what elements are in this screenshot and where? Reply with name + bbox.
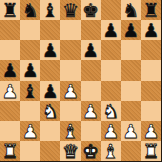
square-h2[interactable]: ♟ [141, 121, 161, 141]
square-b1[interactable] [20, 141, 40, 161]
square-a4[interactable]: ♟ [0, 81, 20, 101]
square-f1[interactable]: ♝ [101, 141, 121, 161]
square-g2[interactable]: ♟ [121, 121, 141, 141]
square-d1[interactable]: ♛ [60, 141, 80, 161]
piece-black-pawn[interactable]: ♟ [42, 81, 59, 101]
square-g3[interactable] [121, 101, 141, 121]
square-a8[interactable]: ♜ [0, 0, 20, 20]
square-g6[interactable] [121, 40, 141, 60]
square-c3[interactable]: ♞ [40, 101, 60, 121]
square-g7[interactable]: ♟ [121, 20, 141, 40]
chess-board[interactable]: ♜♞♝♛♚♞♜♟♟♟♟♟♟♟♟♝♟♟♞♟♞♟♝♟♟♟♜♛♚♝♜ [0, 0, 162, 162]
piece-black-knight[interactable]: ♞ [122, 0, 139, 20]
square-g4[interactable] [121, 81, 141, 101]
square-f7[interactable]: ♟ [101, 20, 121, 40]
square-h5[interactable] [141, 60, 161, 80]
piece-white-bishop[interactable]: ♝ [62, 121, 79, 141]
square-e2[interactable] [81, 121, 101, 141]
square-b5[interactable]: ♟ [20, 60, 40, 80]
piece-black-rook[interactable]: ♜ [2, 0, 19, 20]
square-h6[interactable] [141, 40, 161, 60]
square-c5[interactable] [40, 60, 60, 80]
square-e6[interactable]: ♟ [81, 40, 101, 60]
square-e8[interactable]: ♚ [81, 0, 101, 20]
square-a3[interactable] [0, 101, 20, 121]
piece-white-rook[interactable]: ♜ [142, 141, 159, 161]
square-f2[interactable]: ♟ [101, 121, 121, 141]
square-c4[interactable]: ♟ [40, 81, 60, 101]
square-b3[interactable] [20, 101, 40, 121]
piece-white-pawn[interactable]: ♟ [62, 81, 79, 101]
piece-white-queen[interactable]: ♛ [62, 141, 79, 161]
square-d5[interactable] [60, 60, 80, 80]
piece-black-pawn[interactable]: ♟ [82, 40, 99, 60]
square-d8[interactable]: ♛ [60, 0, 80, 20]
piece-white-pawn[interactable]: ♟ [22, 121, 39, 141]
square-e1[interactable]: ♚ [81, 141, 101, 161]
square-h8[interactable]: ♜ [141, 0, 161, 20]
square-b7[interactable] [20, 20, 40, 40]
square-a2[interactable] [0, 121, 20, 141]
piece-white-pawn[interactable]: ♟ [2, 81, 19, 101]
square-e7[interactable] [81, 20, 101, 40]
square-f4[interactable] [101, 81, 121, 101]
square-a5[interactable]: ♟ [0, 60, 20, 80]
square-d6[interactable] [60, 40, 80, 60]
square-b4[interactable]: ♝ [20, 81, 40, 101]
piece-white-pawn[interactable]: ♟ [142, 121, 159, 141]
square-a7[interactable] [0, 20, 20, 40]
piece-white-pawn[interactable]: ♟ [102, 121, 119, 141]
square-d3[interactable] [60, 101, 80, 121]
piece-black-bishop[interactable]: ♝ [42, 0, 59, 20]
piece-black-pawn[interactable]: ♟ [2, 60, 19, 80]
square-a6[interactable] [0, 40, 20, 60]
piece-black-pawn[interactable]: ♟ [122, 20, 139, 40]
square-g1[interactable] [121, 141, 141, 161]
square-d2[interactable]: ♝ [60, 121, 80, 141]
piece-black-pawn[interactable]: ♟ [102, 20, 119, 40]
piece-black-pawn[interactable]: ♟ [142, 20, 159, 40]
piece-black-rook[interactable]: ♜ [142, 0, 159, 20]
piece-white-bishop[interactable]: ♝ [102, 141, 119, 161]
piece-white-pawn[interactable]: ♟ [82, 101, 99, 121]
square-f5[interactable] [101, 60, 121, 80]
piece-black-pawn[interactable]: ♟ [42, 40, 59, 60]
square-d4[interactable]: ♟ [60, 81, 80, 101]
piece-white-pawn[interactable]: ♟ [122, 121, 139, 141]
square-c1[interactable] [40, 141, 60, 161]
square-e4[interactable] [81, 81, 101, 101]
square-c6[interactable]: ♟ [40, 40, 60, 60]
piece-white-knight[interactable]: ♞ [42, 101, 59, 121]
square-h4[interactable] [141, 81, 161, 101]
square-c2[interactable] [40, 121, 60, 141]
piece-white-king[interactable]: ♚ [82, 141, 99, 161]
piece-black-queen[interactable]: ♛ [62, 0, 79, 20]
square-d7[interactable] [60, 20, 80, 40]
square-b8[interactable]: ♞ [20, 0, 40, 20]
piece-black-bishop[interactable]: ♝ [22, 81, 39, 101]
square-e5[interactable] [81, 60, 101, 80]
piece-black-knight[interactable]: ♞ [22, 0, 39, 20]
square-h1[interactable]: ♜ [141, 141, 161, 161]
square-f6[interactable] [101, 40, 121, 60]
square-f8[interactable] [101, 0, 121, 20]
piece-white-rook[interactable]: ♜ [2, 141, 19, 161]
square-g5[interactable] [121, 60, 141, 80]
piece-black-pawn[interactable]: ♟ [22, 60, 39, 80]
square-f3[interactable]: ♞ [101, 101, 121, 121]
square-b6[interactable] [20, 40, 40, 60]
square-c7[interactable] [40, 20, 60, 40]
square-a1[interactable]: ♜ [0, 141, 20, 161]
piece-white-knight[interactable]: ♞ [102, 101, 119, 121]
square-e3[interactable]: ♟ [81, 101, 101, 121]
square-c8[interactable]: ♝ [40, 0, 60, 20]
piece-black-king[interactable]: ♚ [82, 0, 99, 20]
square-g8[interactable]: ♞ [121, 0, 141, 20]
square-h3[interactable] [141, 101, 161, 121]
square-h7[interactable]: ♟ [141, 20, 161, 40]
square-b2[interactable]: ♟ [20, 121, 40, 141]
